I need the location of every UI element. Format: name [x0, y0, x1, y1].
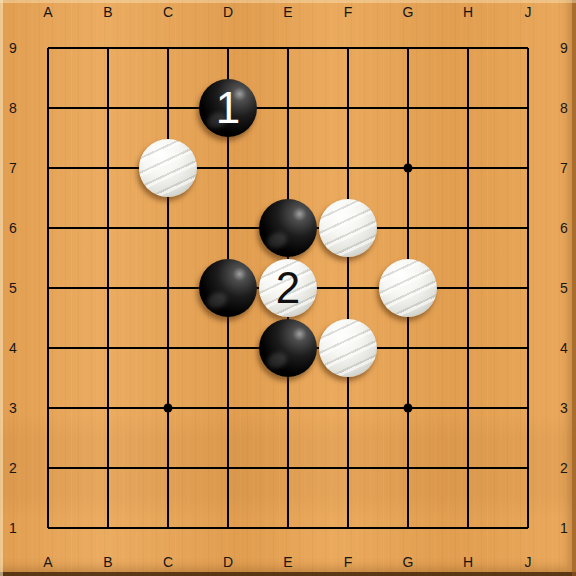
star-point	[404, 164, 413, 173]
column-label-bottom: F	[344, 555, 353, 569]
row-label-left: 9	[9, 41, 17, 55]
column-label-bottom: C	[163, 555, 173, 569]
column-label-bottom: D	[223, 555, 233, 569]
column-label-top: A	[43, 5, 52, 19]
column-label-top: F	[344, 5, 353, 19]
white-stone-C7	[139, 139, 197, 197]
star-point	[404, 404, 413, 413]
row-label-left: 4	[9, 341, 17, 355]
move-number-label: 1	[216, 86, 240, 130]
white-stone-G5	[379, 259, 437, 317]
black-stone-E6	[259, 199, 317, 257]
screenshot-root: AABBCCDDEEFFGGHHJJ998877665544332211 12	[0, 0, 576, 576]
column-label-top: J	[525, 5, 532, 19]
row-label-right: 8	[560, 101, 568, 115]
column-label-bottom: A	[43, 555, 52, 569]
column-label-bottom: B	[103, 555, 112, 569]
column-label-top: D	[223, 5, 233, 19]
row-label-right: 3	[560, 401, 568, 415]
row-label-left: 5	[9, 281, 17, 295]
column-label-top: H	[463, 5, 473, 19]
row-label-left: 7	[9, 161, 17, 175]
row-label-right: 7	[560, 161, 568, 175]
row-label-right: 9	[560, 41, 568, 55]
column-label-bottom: J	[525, 555, 532, 569]
star-point	[164, 404, 173, 413]
column-label-top: C	[163, 5, 173, 19]
row-label-right: 4	[560, 341, 568, 355]
row-label-right: 1	[560, 521, 568, 535]
black-stone-D8: 1	[199, 79, 257, 137]
row-label-right: 5	[560, 281, 568, 295]
row-label-left: 3	[9, 401, 17, 415]
row-label-left: 1	[9, 521, 17, 535]
white-stone-E5: 2	[259, 259, 317, 317]
column-label-bottom: E	[283, 555, 292, 569]
black-stone-D5	[199, 259, 257, 317]
white-stone-F4	[319, 319, 377, 377]
column-label-top: G	[403, 5, 414, 19]
black-stone-E4	[259, 319, 317, 377]
row-label-left: 8	[9, 101, 17, 115]
row-label-left: 2	[9, 461, 17, 475]
column-label-top: E	[283, 5, 292, 19]
row-label-right: 6	[560, 221, 568, 235]
go-board[interactable]: AABBCCDDEEFFGGHHJJ998877665544332211 12	[0, 0, 576, 576]
white-stone-F6	[319, 199, 377, 257]
row-label-right: 2	[560, 461, 568, 475]
column-label-top: B	[103, 5, 112, 19]
move-number-label: 2	[276, 266, 300, 310]
row-label-left: 6	[9, 221, 17, 235]
column-label-bottom: H	[463, 555, 473, 569]
column-label-bottom: G	[403, 555, 414, 569]
